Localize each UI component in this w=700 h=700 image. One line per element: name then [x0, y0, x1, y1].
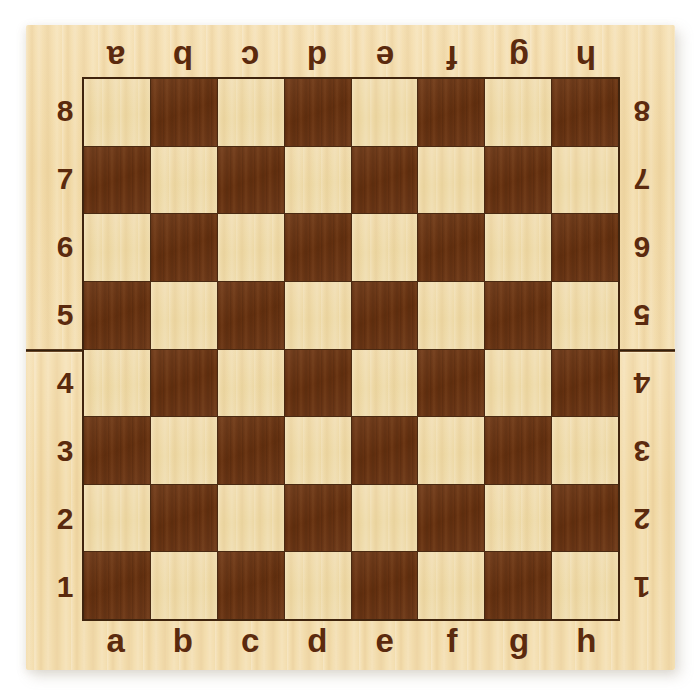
square-b1[interactable]: [151, 552, 217, 619]
square-e3[interactable]: [352, 417, 418, 484]
file-label-top-f: f: [446, 41, 457, 74]
square-b8[interactable]: [151, 79, 217, 146]
square-c7[interactable]: [218, 147, 284, 214]
square-g2[interactable]: [485, 485, 551, 552]
square-e8[interactable]: [352, 79, 418, 146]
square-c8[interactable]: [218, 79, 284, 146]
square-a2[interactable]: [84, 485, 150, 552]
square-h2[interactable]: [552, 485, 618, 552]
rank-label-right-6: 6: [634, 232, 651, 262]
square-e5[interactable]: [352, 282, 418, 349]
rank-label-right-7: 7: [634, 164, 651, 194]
square-d7[interactable]: [285, 147, 351, 214]
square-a4[interactable]: [84, 350, 150, 417]
square-d2[interactable]: [285, 485, 351, 552]
file-label-bottom-c: c: [241, 624, 259, 657]
square-a7[interactable]: [84, 147, 150, 214]
square-g6[interactable]: [485, 214, 551, 281]
file-label-top-a: a: [106, 41, 124, 74]
square-g5[interactable]: [485, 282, 551, 349]
file-label-top-g: g: [509, 41, 529, 74]
square-e2[interactable]: [352, 485, 418, 552]
file-label-top-h: h: [576, 41, 596, 74]
square-b3[interactable]: [151, 417, 217, 484]
square-a5[interactable]: [84, 282, 150, 349]
rank-label-left-5: 5: [57, 300, 74, 330]
rank-label-left-7: 7: [57, 164, 74, 194]
file-label-bottom-d: d: [307, 624, 327, 657]
square-d1[interactable]: [285, 552, 351, 619]
square-b6[interactable]: [151, 214, 217, 281]
square-a8[interactable]: [84, 79, 150, 146]
rank-label-right-2: 2: [634, 504, 651, 534]
square-f3[interactable]: [418, 417, 484, 484]
square-h4[interactable]: [552, 350, 618, 417]
square-e1[interactable]: [352, 552, 418, 619]
rank-label-right-4: 4: [634, 368, 651, 398]
square-e4[interactable]: [352, 350, 418, 417]
rank-label-right-5: 5: [634, 300, 651, 330]
rank-label-left-6: 6: [57, 232, 74, 262]
file-label-bottom-a: a: [106, 624, 124, 657]
square-h7[interactable]: [552, 147, 618, 214]
square-f4[interactable]: [418, 350, 484, 417]
square-a3[interactable]: [84, 417, 150, 484]
square-c5[interactable]: [218, 282, 284, 349]
square-a1[interactable]: [84, 552, 150, 619]
rank-label-left-4: 4: [57, 368, 74, 398]
file-label-bottom-e: e: [375, 624, 393, 657]
rank-label-left-3: 3: [57, 436, 74, 466]
square-f6[interactable]: [418, 214, 484, 281]
square-b7[interactable]: [151, 147, 217, 214]
rank-label-left-8: 8: [57, 96, 74, 126]
square-g3[interactable]: [485, 417, 551, 484]
square-g1[interactable]: [485, 552, 551, 619]
square-d8[interactable]: [285, 79, 351, 146]
wooden-board-panel: abcdefghabcdefgh8765432187654321: [26, 25, 675, 670]
square-b5[interactable]: [151, 282, 217, 349]
rank-label-right-1: 1: [634, 572, 651, 602]
square-d5[interactable]: [285, 282, 351, 349]
square-h3[interactable]: [552, 417, 618, 484]
board-grid: [82, 77, 620, 621]
file-label-bottom-b: b: [173, 624, 193, 657]
rank-label-right-3: 3: [634, 436, 651, 466]
square-f8[interactable]: [418, 79, 484, 146]
file-label-top-d: d: [307, 41, 327, 74]
chessboard-photo: abcdefghabcdefgh8765432187654321: [0, 0, 700, 700]
square-d4[interactable]: [285, 350, 351, 417]
file-label-top-e: e: [375, 41, 393, 74]
square-g7[interactable]: [485, 147, 551, 214]
square-f7[interactable]: [418, 147, 484, 214]
square-c1[interactable]: [218, 552, 284, 619]
file-label-bottom-f: f: [446, 624, 457, 657]
square-e6[interactable]: [352, 214, 418, 281]
file-label-bottom-h: h: [576, 624, 596, 657]
square-d6[interactable]: [285, 214, 351, 281]
square-g8[interactable]: [485, 79, 551, 146]
square-c2[interactable]: [218, 485, 284, 552]
square-h8[interactable]: [552, 79, 618, 146]
rank-label-left-2: 2: [57, 504, 74, 534]
square-e7[interactable]: [352, 147, 418, 214]
square-g4[interactable]: [485, 350, 551, 417]
rank-label-right-8: 8: [634, 96, 651, 126]
file-label-top-c: c: [241, 41, 259, 74]
square-h6[interactable]: [552, 214, 618, 281]
file-label-bottom-g: g: [509, 624, 529, 657]
square-c3[interactable]: [218, 417, 284, 484]
square-b2[interactable]: [151, 485, 217, 552]
square-b4[interactable]: [151, 350, 217, 417]
square-f1[interactable]: [418, 552, 484, 619]
rank-label-left-1: 1: [57, 572, 74, 602]
square-c4[interactable]: [218, 350, 284, 417]
square-f2[interactable]: [418, 485, 484, 552]
square-d3[interactable]: [285, 417, 351, 484]
square-h5[interactable]: [552, 282, 618, 349]
square-f5[interactable]: [418, 282, 484, 349]
square-h1[interactable]: [552, 552, 618, 619]
square-c6[interactable]: [218, 214, 284, 281]
square-a6[interactable]: [84, 214, 150, 281]
file-label-top-b: b: [173, 41, 193, 74]
